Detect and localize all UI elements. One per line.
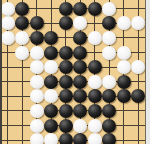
white-stone[interactable] (117, 46, 131, 60)
black-stone[interactable] (102, 16, 116, 30)
black-stone[interactable] (59, 2, 73, 16)
black-stone[interactable] (73, 89, 87, 103)
black-stone[interactable] (44, 119, 58, 133)
white-stone[interactable] (131, 16, 145, 30)
white-stone[interactable] (117, 16, 131, 30)
white-stone[interactable] (44, 133, 58, 144)
black-stone[interactable] (30, 16, 44, 30)
black-stone[interactable] (30, 31, 44, 45)
black-stone[interactable] (88, 60, 102, 74)
black-stone[interactable] (44, 31, 58, 45)
black-stone[interactable] (131, 89, 145, 103)
white-stone[interactable] (117, 60, 131, 74)
black-stone[interactable] (59, 75, 73, 89)
board-frame-right-strip (146, 0, 150, 144)
black-stone[interactable] (73, 2, 87, 16)
white-stone[interactable] (73, 16, 87, 30)
white-stone[interactable] (131, 60, 145, 74)
black-stone[interactable] (59, 89, 73, 103)
white-stone[interactable] (44, 60, 58, 74)
black-stone[interactable] (117, 89, 131, 103)
black-stone[interactable] (44, 75, 58, 89)
black-stone[interactable] (59, 46, 73, 60)
white-stone[interactable] (88, 75, 102, 89)
go-board[interactable] (0, 0, 150, 144)
white-stone[interactable] (44, 89, 58, 103)
black-stone[interactable] (59, 60, 73, 74)
black-stone[interactable] (73, 46, 87, 60)
white-stone[interactable] (102, 31, 116, 45)
black-stone[interactable] (73, 75, 87, 89)
black-stone[interactable] (59, 119, 73, 133)
white-stone[interactable] (88, 31, 102, 45)
black-stone[interactable] (15, 16, 29, 30)
white-stone[interactable] (88, 133, 102, 144)
white-stone[interactable] (102, 2, 116, 16)
black-stone[interactable] (73, 31, 87, 45)
black-stone[interactable] (88, 104, 102, 118)
black-stone[interactable] (59, 133, 73, 144)
black-stone[interactable] (44, 46, 58, 60)
black-stone[interactable] (73, 104, 87, 118)
white-stone[interactable] (30, 119, 44, 133)
white-stone[interactable] (102, 46, 116, 60)
white-stone[interactable] (15, 46, 29, 60)
black-stone[interactable] (73, 60, 87, 74)
white-stone[interactable] (30, 46, 44, 60)
black-stone[interactable] (102, 133, 116, 144)
black-stone[interactable] (59, 16, 73, 30)
white-stone[interactable] (30, 60, 44, 74)
black-stone[interactable] (15, 2, 29, 16)
black-stone[interactable] (88, 2, 102, 16)
black-stone[interactable] (102, 89, 116, 103)
black-stone[interactable] (102, 104, 116, 118)
white-stone[interactable] (15, 31, 29, 45)
white-stone[interactable] (88, 119, 102, 133)
black-stone[interactable] (102, 119, 116, 133)
white-stone[interactable] (30, 89, 44, 103)
black-stone[interactable] (59, 104, 73, 118)
white-stone[interactable] (30, 75, 44, 89)
black-stone[interactable] (88, 89, 102, 103)
white-stone[interactable] (1, 16, 15, 30)
board-grid (0, 0, 150, 144)
black-stone[interactable] (73, 133, 87, 144)
black-stone[interactable] (117, 75, 131, 89)
white-stone[interactable] (30, 104, 44, 118)
white-stone[interactable] (1, 31, 15, 45)
white-stone[interactable] (1, 2, 15, 16)
white-stone[interactable] (30, 133, 44, 144)
board-frame-left (0, 0, 2, 144)
white-stone[interactable] (73, 119, 87, 133)
white-stone[interactable] (102, 75, 116, 89)
black-stone[interactable] (44, 104, 58, 118)
